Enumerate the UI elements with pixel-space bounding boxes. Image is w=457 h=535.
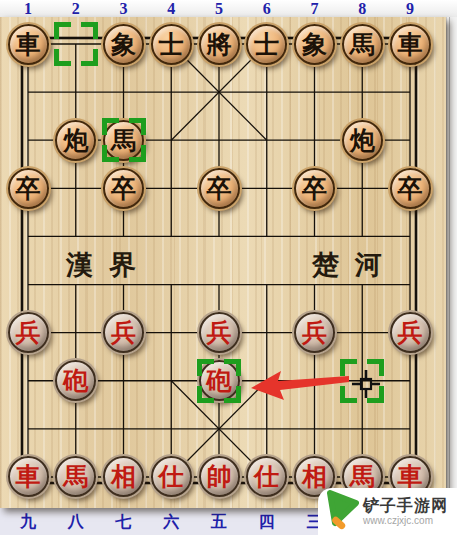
file-labels-top: 123456789	[0, 0, 457, 17]
red-cannon[interactable]: 砲	[199, 360, 240, 401]
file-label-top: 7	[300, 0, 330, 17]
black-horse[interactable]: 馬	[342, 24, 383, 65]
file-label-bottom: 九	[13, 511, 43, 533]
file-label-bottom: 四	[252, 511, 282, 533]
black-soldier[interactable]: 卒	[294, 168, 335, 209]
watermark-site-name: 铲子手游网	[363, 497, 448, 515]
black-cannon[interactable]: 炮	[55, 120, 96, 161]
window-edge	[446, 17, 457, 535]
file-label-top: 4	[156, 0, 186, 17]
red-soldier[interactable]: 兵	[390, 312, 431, 353]
black-general[interactable]: 將	[199, 24, 240, 65]
red-soldier[interactable]: 兵	[103, 312, 144, 353]
xiangqi-app-window: 123456789 漢界 楚河 車象士將士象馬車炮馬炮卒卒卒卒卒兵兵兵兵兵砲砲車…	[0, 0, 457, 535]
file-label-top: 3	[109, 0, 139, 17]
black-soldier[interactable]: 卒	[8, 168, 49, 209]
river-label-left: 漢界	[66, 249, 152, 281]
file-label-bottom: 八	[61, 511, 91, 533]
black-chariot[interactable]: 車	[390, 24, 431, 65]
black-cannon[interactable]: 炮	[342, 120, 383, 161]
file-label-top: 1	[13, 0, 43, 17]
red-soldier[interactable]: 兵	[294, 312, 335, 353]
black-soldier[interactable]: 卒	[390, 168, 431, 209]
file-label-bottom: 五	[204, 511, 234, 533]
black-advisor[interactable]: 士	[246, 24, 287, 65]
file-label-top: 2	[61, 0, 91, 17]
river-label-right: 楚河	[312, 249, 398, 281]
file-label-top: 8	[347, 0, 377, 17]
watermark-badge: 铲子手游网 www.czjxjc.com	[318, 488, 457, 535]
file-label-top: 5	[204, 0, 234, 17]
black-chariot[interactable]: 車	[8, 24, 49, 65]
black-elephant[interactable]: 象	[294, 24, 335, 65]
shovel-logo-icon	[323, 490, 359, 534]
file-label-top: 6	[252, 0, 282, 17]
black-horse[interactable]: 馬	[103, 120, 144, 161]
black-soldier[interactable]: 卒	[103, 168, 144, 209]
file-label-bottom: 七	[109, 511, 139, 533]
red-advisor[interactable]: 仕	[151, 456, 192, 497]
file-label-bottom: 六	[156, 511, 186, 533]
red-soldier[interactable]: 兵	[8, 312, 49, 353]
black-advisor[interactable]: 士	[151, 24, 192, 65]
black-elephant[interactable]: 象	[103, 24, 144, 65]
red-general[interactable]: 帥	[199, 456, 240, 497]
file-label-top: 9	[395, 0, 425, 17]
watermark-site-url: www.czjxjc.com	[363, 515, 448, 527]
black-soldier[interactable]: 卒	[199, 168, 240, 209]
red-chariot[interactable]: 車	[8, 456, 49, 497]
red-soldier[interactable]: 兵	[199, 312, 240, 353]
